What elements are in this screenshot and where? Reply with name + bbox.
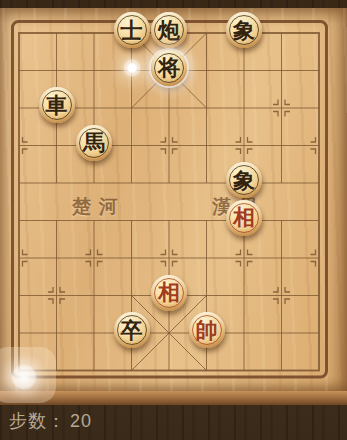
piece-glyph: 士 [121,19,143,41]
piece-glyph: 炮 [158,19,180,41]
handle-knob-icon [11,364,37,390]
piece-black-pawn[interactable]: 卒 [114,312,150,348]
last-move-origin-marker [127,64,136,73]
piece-glyph: 相 [158,281,180,303]
piece-glyph: 将 [158,56,180,78]
piece-glyph: 車 [46,94,68,116]
piece-black-cannon[interactable]: 炮 [151,12,187,48]
piece-red-elephant[interactable]: 相 [226,200,262,236]
move-counter-value: 20 [70,411,92,431]
piece-glyph: 象 [233,19,255,41]
piece-black-elephant[interactable]: 象 [226,12,262,48]
piece-glyph: 馬 [83,131,105,153]
move-counter-label: 步数： [9,411,66,431]
piece-black-horse[interactable]: 馬 [76,125,112,161]
piece-glyph: 帥 [196,319,218,341]
piece-black-elephant[interactable]: 象 [226,162,262,198]
piece-glyph: 卒 [121,319,143,341]
piece-glyph: 象 [233,169,255,191]
piece-black-advisor[interactable]: 士 [114,12,150,48]
move-counter: 步数：20 [9,409,92,433]
piece-glyph: 相 [233,206,255,228]
piece-red-general[interactable]: 帥 [189,312,225,348]
piece-black-chariot[interactable]: 車 [39,87,75,123]
game-screen: 楚河 漢界 步数：20 士炮象将車馬象相相卒帥 [0,0,347,440]
piece-black-general[interactable]: 将 [151,50,187,86]
piece-red-elephant[interactable]: 相 [151,275,187,311]
floating-handle-button[interactable] [0,347,56,403]
river-label-left: 楚河 [72,194,126,220]
